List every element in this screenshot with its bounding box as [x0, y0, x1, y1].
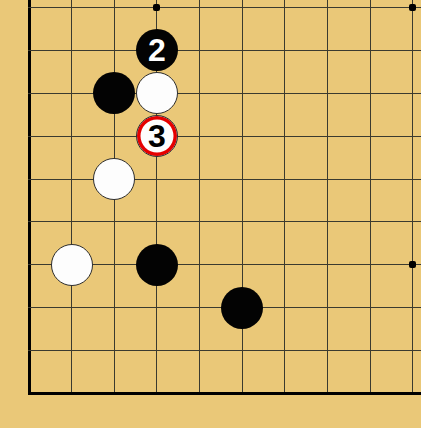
move-number-label: 3	[148, 120, 166, 152]
go-corner-diagram: 23	[0, 0, 421, 428]
hoshi-point-2	[409, 4, 416, 11]
white-stone-last-move: 3	[136, 115, 178, 157]
black-stone	[93, 72, 135, 114]
move-number-label: 2	[148, 34, 166, 66]
white-stone	[136, 72, 178, 114]
white-stone	[93, 158, 135, 200]
black-stone	[136, 244, 178, 286]
white-stone	[51, 244, 93, 286]
black-stone	[221, 287, 263, 329]
hoshi-point-1	[153, 4, 160, 11]
hoshi-point-3	[409, 261, 416, 268]
go-board[interactable]: 23	[8, 0, 421, 415]
black-stone: 2	[136, 29, 178, 71]
